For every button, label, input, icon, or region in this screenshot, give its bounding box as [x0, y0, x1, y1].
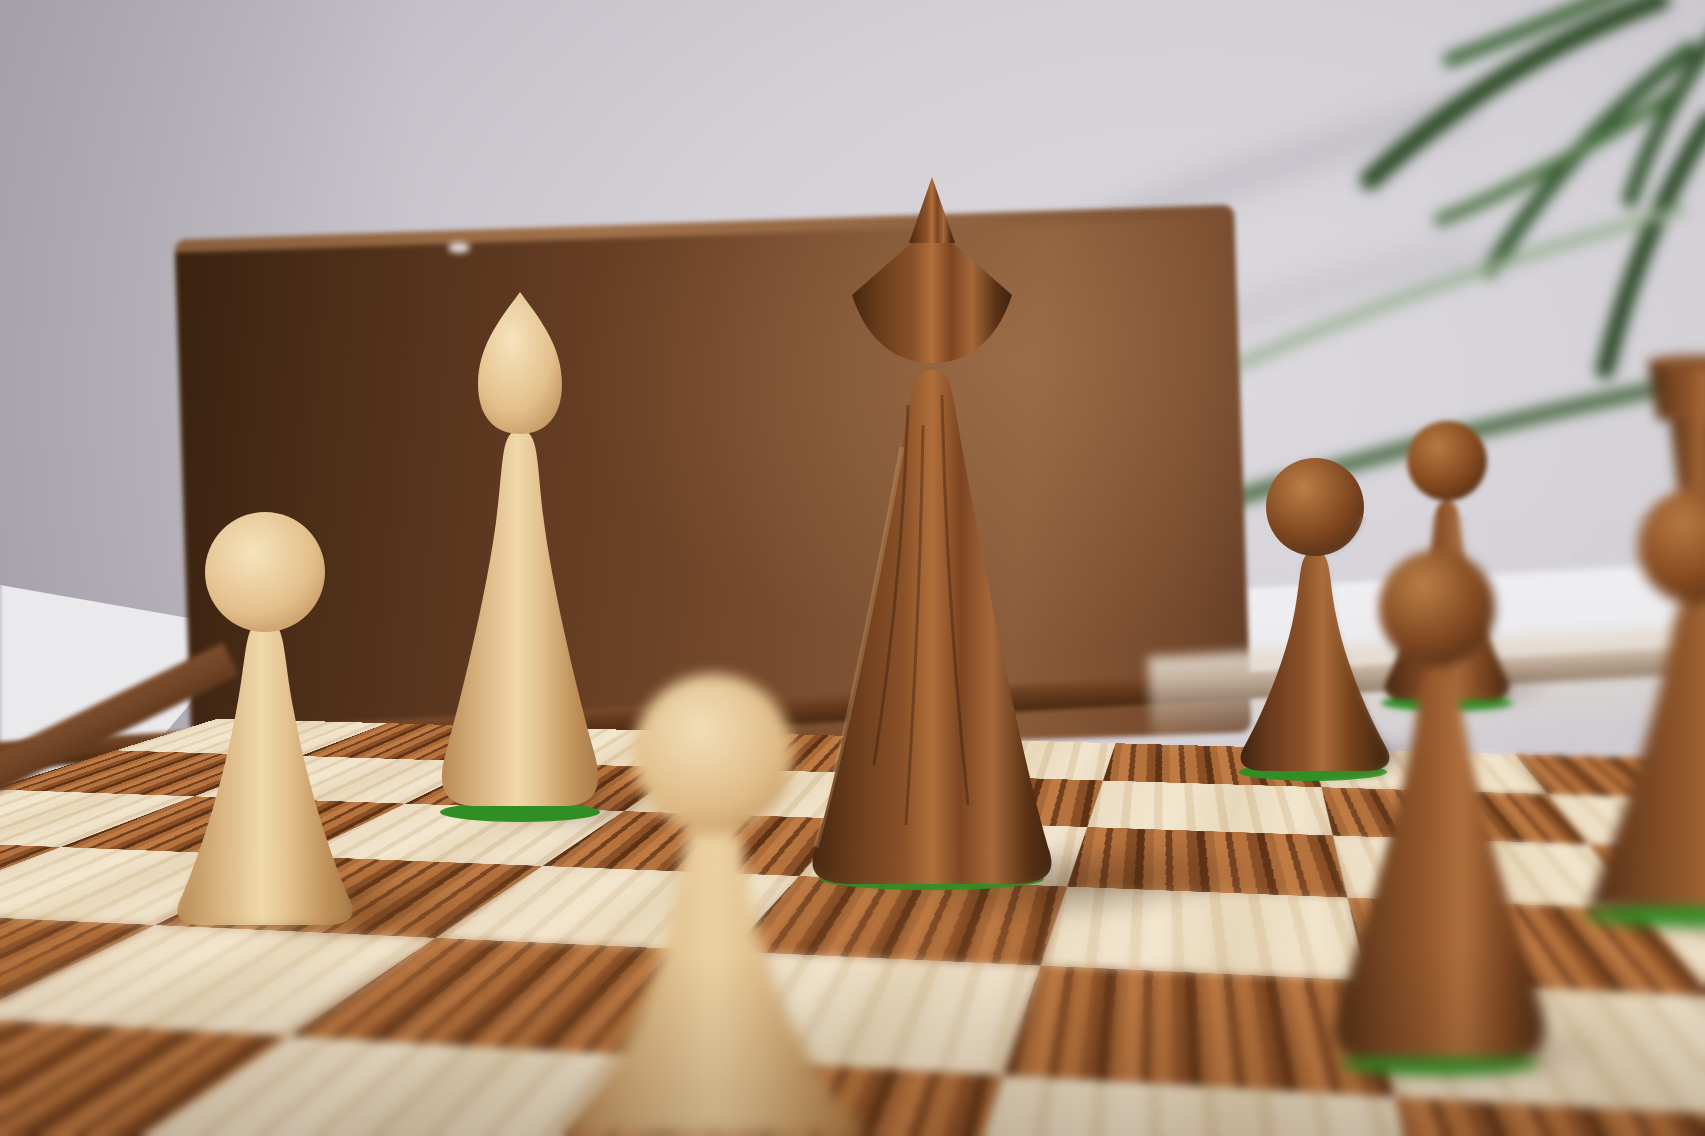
chess-set-photo [0, 0, 1705, 1136]
depth-of-field-blur-right [1285, 516, 1705, 1136]
box-highlight [448, 242, 470, 253]
